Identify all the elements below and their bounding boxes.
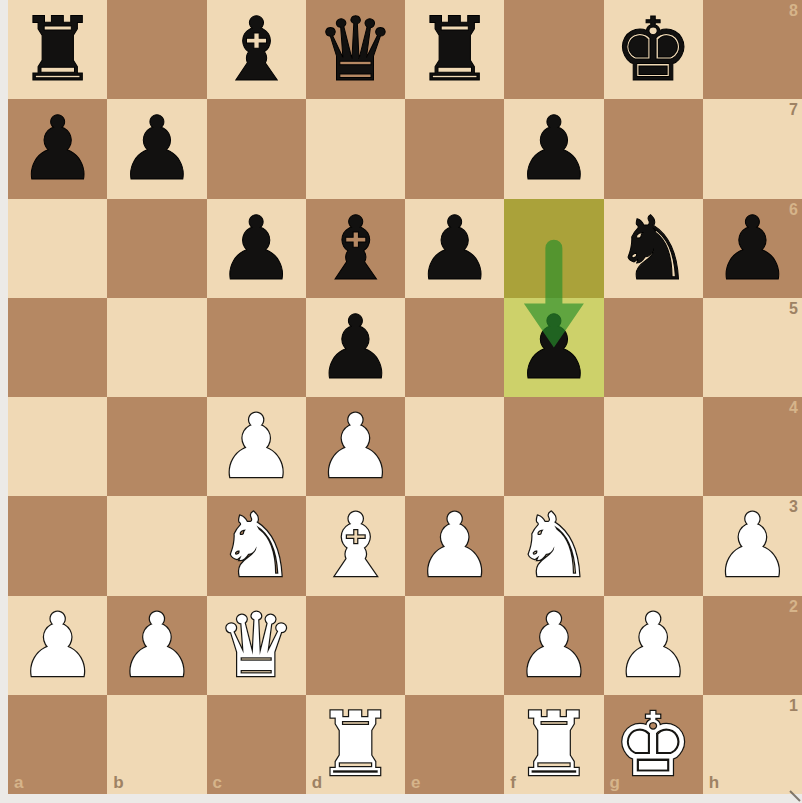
file-label-h: h: [709, 773, 719, 793]
square-a1[interactable]: a: [8, 695, 107, 794]
square-e6[interactable]: ♟: [405, 199, 504, 298]
square-h6[interactable]: ♟6: [703, 199, 802, 298]
rank-label-6: 6: [789, 201, 798, 219]
square-h8[interactable]: 8: [703, 0, 802, 99]
square-g2[interactable]: ♟: [604, 596, 703, 695]
square-g7[interactable]: [604, 99, 703, 198]
square-d7[interactable]: [306, 99, 405, 198]
rank-label-2: 2: [789, 598, 798, 616]
file-label-f: f: [510, 773, 516, 793]
square-c3[interactable]: ♞: [207, 496, 306, 595]
white-rook[interactable]: ♜: [316, 695, 395, 794]
square-g5[interactable]: [604, 298, 703, 397]
square-d2[interactable]: [306, 596, 405, 695]
rank-label-8: 8: [789, 2, 798, 20]
square-b4[interactable]: [107, 397, 206, 496]
square-e3[interactable]: ♟: [405, 496, 504, 595]
square-d6[interactable]: ♝: [306, 199, 405, 298]
square-g3[interactable]: [604, 496, 703, 595]
square-e4[interactable]: [405, 397, 504, 496]
last-move-highlight-f6: [504, 199, 603, 298]
square-f8[interactable]: [504, 0, 603, 99]
square-h1[interactable]: h1: [703, 695, 802, 794]
white-pawn[interactable]: ♟: [18, 596, 97, 695]
square-f7[interactable]: ♟: [504, 99, 603, 198]
square-b7[interactable]: ♟: [107, 99, 206, 198]
square-e1[interactable]: e: [405, 695, 504, 794]
square-f2[interactable]: ♟: [504, 596, 603, 695]
square-d5[interactable]: ♟: [306, 298, 405, 397]
black-queen[interactable]: ♛: [316, 0, 395, 99]
square-f1[interactable]: ♜f: [504, 695, 603, 794]
file-label-c: c: [213, 773, 222, 793]
white-pawn[interactable]: ♟: [415, 496, 494, 595]
board-grid: ♜♝♛♜♚8♟♟♟7♟♝♟♞♟6♟♟5♟♟4♞♝♟♞♟3♟♟♛♟♟2abc♜de…: [8, 0, 802, 794]
square-c4[interactable]: ♟: [207, 397, 306, 496]
black-rook[interactable]: ♜: [18, 0, 97, 99]
white-king[interactable]: ♚: [614, 695, 693, 794]
black-rook[interactable]: ♜: [415, 0, 494, 99]
square-h2[interactable]: 2: [703, 596, 802, 695]
chess-board: ♜♝♛♜♚8♟♟♟7♟♝♟♞♟6♟♟5♟♟4♞♝♟♞♟3♟♟♛♟♟2abc♜de…: [8, 0, 802, 794]
square-g4[interactable]: [604, 397, 703, 496]
resize-handle-icon[interactable]: [788, 789, 802, 803]
square-f4[interactable]: [504, 397, 603, 496]
square-f6[interactable]: [504, 199, 603, 298]
square-a6[interactable]: [8, 199, 107, 298]
white-pawn[interactable]: ♟: [713, 496, 792, 595]
rank-label-1: 1: [789, 697, 798, 715]
square-b3[interactable]: [107, 496, 206, 595]
file-label-e: e: [411, 773, 420, 793]
rank-label-3: 3: [789, 498, 798, 516]
square-e5[interactable]: [405, 298, 504, 397]
square-a5[interactable]: [8, 298, 107, 397]
square-d4[interactable]: ♟: [306, 397, 405, 496]
square-d1[interactable]: ♜d: [306, 695, 405, 794]
white-bishop[interactable]: ♝: [316, 496, 395, 595]
square-d3[interactable]: ♝: [306, 496, 405, 595]
black-pawn[interactable]: ♟: [514, 298, 593, 397]
square-c7[interactable]: [207, 99, 306, 198]
black-pawn[interactable]: ♟: [514, 99, 593, 198]
square-g1[interactable]: ♚g: [604, 695, 703, 794]
square-g6[interactable]: ♞: [604, 199, 703, 298]
black-pawn[interactable]: ♟: [316, 298, 395, 397]
black-bishop[interactable]: ♝: [316, 199, 395, 298]
square-f5[interactable]: ♟: [504, 298, 603, 397]
white-pawn[interactable]: ♟: [117, 596, 196, 695]
square-b6[interactable]: [107, 199, 206, 298]
black-bishop[interactable]: ♝: [217, 0, 296, 99]
white-knight[interactable]: ♞: [217, 496, 296, 595]
black-pawn[interactable]: ♟: [117, 99, 196, 198]
white-knight[interactable]: ♞: [514, 496, 593, 595]
square-b5[interactable]: [107, 298, 206, 397]
black-pawn[interactable]: ♟: [713, 199, 792, 298]
square-a4[interactable]: [8, 397, 107, 496]
rank-label-5: 5: [789, 300, 798, 318]
square-e8[interactable]: ♜: [405, 0, 504, 99]
black-pawn[interactable]: ♟: [415, 199, 494, 298]
file-label-a: a: [14, 773, 23, 793]
square-g8[interactable]: ♚: [604, 0, 703, 99]
square-c1[interactable]: c: [207, 695, 306, 794]
square-e2[interactable]: [405, 596, 504, 695]
black-pawn[interactable]: ♟: [217, 199, 296, 298]
file-label-d: d: [312, 773, 322, 793]
square-h3[interactable]: ♟3: [703, 496, 802, 595]
square-c8[interactable]: ♝: [207, 0, 306, 99]
square-b8[interactable]: [107, 0, 206, 99]
square-e7[interactable]: [405, 99, 504, 198]
square-b2[interactable]: ♟: [107, 596, 206, 695]
white-pawn[interactable]: ♟: [217, 397, 296, 496]
rank-label-4: 4: [789, 399, 798, 417]
black-king[interactable]: ♚: [614, 0, 693, 99]
square-c6[interactable]: ♟: [207, 199, 306, 298]
square-d8[interactable]: ♛: [306, 0, 405, 99]
square-h4[interactable]: 4: [703, 397, 802, 496]
white-pawn[interactable]: ♟: [614, 596, 693, 695]
white-rook[interactable]: ♜: [514, 695, 593, 794]
white-queen[interactable]: ♛: [217, 596, 296, 695]
white-pawn[interactable]: ♟: [316, 397, 395, 496]
square-h5[interactable]: 5: [703, 298, 802, 397]
white-pawn[interactable]: ♟: [514, 596, 593, 695]
rank-label-7: 7: [789, 101, 798, 119]
file-label-g: g: [610, 773, 620, 793]
square-a3[interactable]: [8, 496, 107, 595]
square-a8[interactable]: ♜: [8, 0, 107, 99]
square-c2[interactable]: ♛: [207, 596, 306, 695]
square-f3[interactable]: ♞: [504, 496, 603, 595]
black-pawn[interactable]: ♟: [18, 99, 97, 198]
square-c5[interactable]: [207, 298, 306, 397]
square-a7[interactable]: ♟: [8, 99, 107, 198]
square-b1[interactable]: b: [107, 695, 206, 794]
file-label-b: b: [113, 773, 123, 793]
black-knight[interactable]: ♞: [614, 199, 693, 298]
square-h7[interactable]: 7: [703, 99, 802, 198]
square-a2[interactable]: ♟: [8, 596, 107, 695]
